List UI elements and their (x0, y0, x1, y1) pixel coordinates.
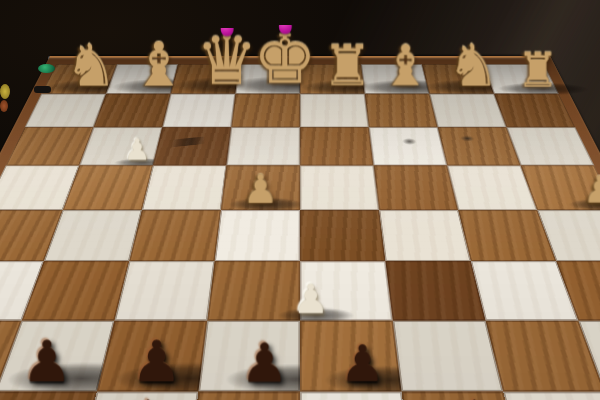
square-e6[interactable] (300, 128, 374, 166)
square-b5[interactable] (63, 166, 153, 210)
white-knight-glyph: ♞ (65, 38, 117, 93)
square-c7[interactable] (162, 94, 235, 128)
black-pawn-glyph: ♟ (240, 338, 288, 389)
black-bishop-glyph: ♝ (543, 397, 600, 400)
square-f5[interactable] (374, 166, 458, 210)
square-g2[interactable] (485, 320, 600, 391)
piece-white-queen-c8[interactable]: ♛ (196, 28, 258, 93)
square-h7[interactable] (494, 94, 575, 128)
square-a7[interactable] (25, 94, 106, 128)
piece-black-knight-f1[interactable]: ♞ (438, 393, 515, 400)
square-c2[interactable]: ♟ (97, 320, 207, 391)
piece-white-pawn-d5[interactable]: ♟ (243, 171, 278, 208)
square-d1[interactable] (188, 391, 300, 400)
piece-black-pawn-e2[interactable]: ♟ (339, 341, 384, 389)
piece-black-pawn-c2[interactable]: ♟ (130, 335, 181, 390)
square-h6[interactable] (507, 128, 595, 166)
piece-white-knight-g8[interactable]: ♞ (447, 38, 499, 93)
square-c6[interactable] (153, 128, 231, 166)
piece-anchor: ♟ (79, 128, 162, 166)
square-g8[interactable]: ♞ (422, 64, 494, 94)
square-f2[interactable] (393, 320, 503, 391)
white-pawn-glyph: ♟ (583, 173, 600, 208)
square-d4[interactable] (215, 210, 300, 261)
square-a8[interactable]: ♞ (41, 64, 117, 94)
board-grid: ♞♝♛♚♜♝♞♜♟♟♟♟♟♟♟♟♞♚♞♝ (0, 64, 600, 400)
square-g7[interactable] (429, 94, 506, 128)
square-b1[interactable] (0, 391, 97, 400)
piece-anchor: ♟ (221, 166, 300, 210)
white-king-glyph: ♚ (253, 26, 317, 93)
piece-white-bishop-f8[interactable]: ♝ (380, 40, 430, 93)
piece-white-king-d8[interactable]: ♚ (253, 26, 317, 93)
square-e5[interactable] (300, 166, 379, 210)
white-bishop-glyph: ♝ (132, 36, 186, 93)
black-pawn-glyph: ♟ (339, 341, 384, 389)
piece-white-rook-e8[interactable]: ♜ (322, 40, 372, 93)
piece-anchor: ♝ (503, 391, 600, 400)
square-g1[interactable]: ♝ (503, 391, 600, 400)
square-f4[interactable] (379, 210, 471, 261)
square-e7[interactable] (300, 94, 369, 128)
square-e1[interactable]: ♚ (300, 391, 412, 400)
smudge-mark (459, 136, 475, 142)
square-f7[interactable] (365, 94, 438, 128)
piece-white-knight-a8[interactable]: ♞ (65, 38, 117, 93)
piece-anchor: ♟ (0, 320, 115, 391)
square-e4[interactable] (300, 210, 385, 261)
piece-white-pawn-b6[interactable]: ♟ (124, 137, 150, 165)
streak-mark (171, 137, 204, 148)
white-rook-glyph: ♜ (322, 40, 372, 93)
square-c4[interactable] (129, 210, 221, 261)
black-knight-glyph: ♞ (438, 393, 515, 400)
smudge-mark (402, 138, 417, 144)
chess-board: ♞♝♛♚♜♝♞♜♟♟♟♟♟♟♟♟♞♚♞♝ (0, 56, 600, 400)
square-d6[interactable] (226, 128, 300, 166)
square-f3[interactable] (385, 261, 485, 321)
square-b7[interactable] (93, 94, 170, 128)
square-d2[interactable]: ♟ (198, 320, 300, 391)
white-pawn-glyph: ♟ (293, 280, 329, 318)
white-knight-glyph: ♞ (447, 38, 499, 93)
piece-anchor: ♞ (422, 64, 494, 94)
piece-black-pawn-d2[interactable]: ♟ (240, 338, 288, 389)
piece-anchor: ♞ (41, 64, 117, 94)
piece-black-knight-c1[interactable]: ♞ (113, 393, 190, 400)
magenta-crown-icon (278, 18, 291, 34)
piece-white-bishop-b8[interactable]: ♝ (132, 36, 186, 93)
square-d5[interactable]: ♟ (221, 166, 300, 210)
piece-anchor: ♟ (198, 320, 300, 391)
square-e3[interactable]: ♟ (300, 261, 393, 321)
square-g6[interactable] (438, 128, 521, 166)
piece-anchor: ♚ (300, 391, 412, 400)
white-bishop-glyph: ♝ (380, 40, 430, 93)
white-pawn-glyph: ♟ (124, 137, 150, 165)
piece-white-pawn-h5[interactable]: ♟ (583, 173, 600, 208)
white-pawn-glyph: ♟ (243, 171, 278, 208)
square-e2[interactable]: ♟ (300, 320, 402, 391)
square-c3[interactable] (115, 261, 215, 321)
photo-stage: ♞♝♛♚♜♝♞♜♟♟♟♟♟♟♟♟♞♚♞♝ (0, 0, 600, 400)
piece-black-bishop-g1[interactable]: ♝ (543, 397, 600, 400)
black-pawn-glyph: ♟ (130, 335, 181, 390)
square-f6[interactable] (369, 128, 447, 166)
piece-black-pawn-b2[interactable]: ♟ (21, 335, 72, 390)
piece-anchor: ♟ (300, 261, 393, 321)
piece-white-rook-h8[interactable]: ♜ (517, 48, 559, 93)
black-knight-glyph: ♞ (113, 393, 190, 400)
square-b6[interactable]: ♟ (79, 128, 162, 166)
square-b2[interactable]: ♟ (0, 320, 115, 391)
piece-anchor: ♟ (97, 320, 207, 391)
square-c5[interactable] (142, 166, 226, 210)
magenta-crown-icon (221, 21, 234, 36)
white-queen-glyph: ♛ (196, 28, 258, 93)
square-d3[interactable] (207, 261, 300, 321)
white-rook-glyph: ♜ (517, 48, 559, 93)
piece-anchor: ♟ (300, 320, 402, 391)
black-pawn-glyph: ♟ (21, 335, 72, 390)
square-d7[interactable] (231, 94, 300, 128)
piece-white-pawn-e3[interactable]: ♟ (293, 280, 329, 318)
